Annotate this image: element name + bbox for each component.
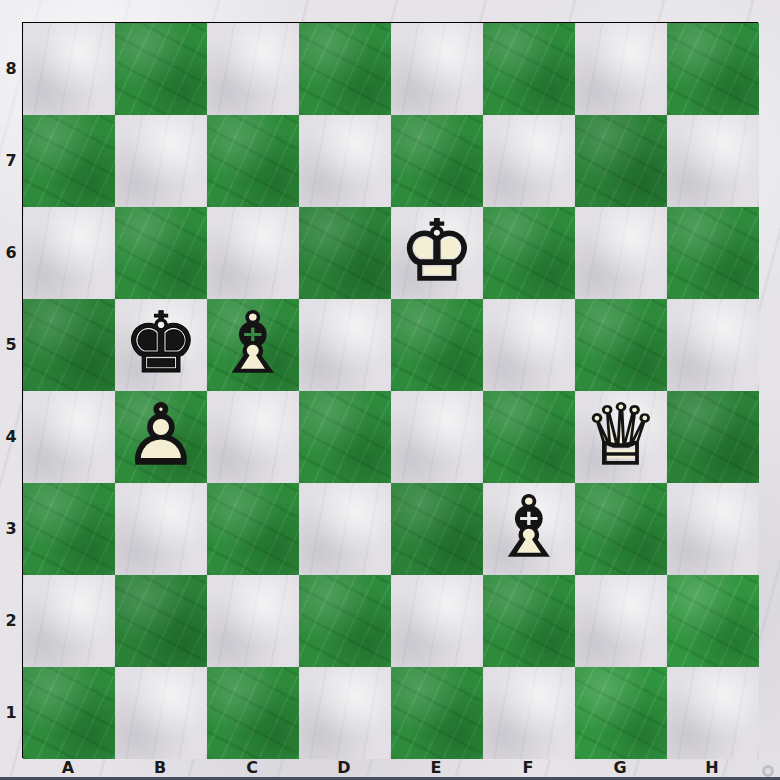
square-a1[interactable] xyxy=(23,667,115,759)
square-g2[interactable] xyxy=(575,575,667,667)
square-e5[interactable] xyxy=(391,299,483,391)
square-c5[interactable]: ♝♗ xyxy=(207,299,299,391)
square-d7[interactable] xyxy=(299,115,391,207)
square-g1[interactable] xyxy=(575,667,667,759)
square-h8[interactable] xyxy=(667,23,759,115)
piece-white-bishop[interactable]: ♝♗ xyxy=(483,483,575,575)
square-e7[interactable] xyxy=(391,115,483,207)
square-b7[interactable] xyxy=(115,115,207,207)
white-queen-outline-glyph: ♕ xyxy=(583,393,658,477)
square-e1[interactable] xyxy=(391,667,483,759)
rank-label-2: 2 xyxy=(0,574,22,666)
square-b2[interactable] xyxy=(115,575,207,667)
square-f3[interactable]: ♝♗ xyxy=(483,483,575,575)
file-label-h: H xyxy=(666,756,758,778)
file-label-d: D xyxy=(298,756,390,778)
square-h3[interactable] xyxy=(667,483,759,575)
file-label-a: A xyxy=(22,756,114,778)
piece-white-king[interactable]: ♚♔ xyxy=(391,207,483,299)
square-e2[interactable] xyxy=(391,575,483,667)
square-f6[interactable] xyxy=(483,207,575,299)
white-pawn-outline-glyph: ♙ xyxy=(123,393,198,477)
white-bishop-outline-glyph: ♗ xyxy=(491,485,566,569)
square-d4[interactable] xyxy=(299,391,391,483)
file-label-c: C xyxy=(206,756,298,778)
square-g3[interactable] xyxy=(575,483,667,575)
square-c7[interactable] xyxy=(207,115,299,207)
square-f2[interactable] xyxy=(483,575,575,667)
square-h4[interactable] xyxy=(667,391,759,483)
square-a5[interactable] xyxy=(23,299,115,391)
chess-board-screenshot: 87654321 ♚♔♚♝♗♟♙♛♕♝♗ ABCDEFGH xyxy=(0,0,780,780)
square-b5[interactable]: ♚ xyxy=(115,299,207,391)
chess-board[interactable]: ♚♔♚♝♗♟♙♛♕♝♗ xyxy=(22,22,758,758)
file-label-f: F xyxy=(482,756,574,778)
square-e3[interactable] xyxy=(391,483,483,575)
square-b3[interactable] xyxy=(115,483,207,575)
piece-white-queen[interactable]: ♛♕ xyxy=(575,391,667,483)
square-h7[interactable] xyxy=(667,115,759,207)
black-king-fill-glyph: ♚ xyxy=(123,301,198,385)
square-d3[interactable] xyxy=(299,483,391,575)
square-d1[interactable] xyxy=(299,667,391,759)
file-label-g: G xyxy=(574,756,666,778)
rank-label-1: 1 xyxy=(0,666,22,758)
square-c8[interactable] xyxy=(207,23,299,115)
square-a3[interactable] xyxy=(23,483,115,575)
square-g8[interactable] xyxy=(575,23,667,115)
square-g5[interactable] xyxy=(575,299,667,391)
rank-label-5: 5 xyxy=(0,298,22,390)
square-d5[interactable] xyxy=(299,299,391,391)
file-label-e: E xyxy=(390,756,482,778)
square-c1[interactable] xyxy=(207,667,299,759)
square-f8[interactable] xyxy=(483,23,575,115)
square-e4[interactable] xyxy=(391,391,483,483)
watermark-circle-icon xyxy=(762,765,774,777)
square-a7[interactable] xyxy=(23,115,115,207)
square-a2[interactable] xyxy=(23,575,115,667)
square-g7[interactable] xyxy=(575,115,667,207)
square-d6[interactable] xyxy=(299,207,391,299)
square-f5[interactable] xyxy=(483,299,575,391)
rank-label-7: 7 xyxy=(0,114,22,206)
square-b1[interactable] xyxy=(115,667,207,759)
square-d2[interactable] xyxy=(299,575,391,667)
square-f4[interactable] xyxy=(483,391,575,483)
square-b8[interactable] xyxy=(115,23,207,115)
rank-label-8: 8 xyxy=(0,22,22,114)
square-h1[interactable] xyxy=(667,667,759,759)
square-a4[interactable] xyxy=(23,391,115,483)
square-c4[interactable] xyxy=(207,391,299,483)
file-labels: ABCDEFGH xyxy=(22,756,758,778)
square-f1[interactable] xyxy=(483,667,575,759)
square-a8[interactable] xyxy=(23,23,115,115)
square-b4[interactable]: ♟♙ xyxy=(115,391,207,483)
square-e6[interactable]: ♚♔ xyxy=(391,207,483,299)
rank-label-3: 3 xyxy=(0,482,22,574)
square-h5[interactable] xyxy=(667,299,759,391)
white-bishop-outline-glyph: ♗ xyxy=(215,301,290,385)
file-label-b: B xyxy=(114,756,206,778)
square-c6[interactable] xyxy=(207,207,299,299)
square-g6[interactable] xyxy=(575,207,667,299)
piece-white-bishop[interactable]: ♝♗ xyxy=(207,299,299,391)
white-king-outline-glyph: ♔ xyxy=(399,209,474,293)
square-f7[interactable] xyxy=(483,115,575,207)
piece-white-pawn[interactable]: ♟♙ xyxy=(115,391,207,483)
rank-label-6: 6 xyxy=(0,206,22,298)
square-h6[interactable] xyxy=(667,207,759,299)
square-c2[interactable] xyxy=(207,575,299,667)
square-b6[interactable] xyxy=(115,207,207,299)
rank-label-4: 4 xyxy=(0,390,22,482)
rank-labels: 87654321 xyxy=(0,22,22,758)
square-g4[interactable]: ♛♕ xyxy=(575,391,667,483)
piece-black-king[interactable]: ♚ xyxy=(115,299,207,391)
square-h2[interactable] xyxy=(667,575,759,667)
square-e8[interactable] xyxy=(391,23,483,115)
square-a6[interactable] xyxy=(23,207,115,299)
square-d8[interactable] xyxy=(299,23,391,115)
square-c3[interactable] xyxy=(207,483,299,575)
